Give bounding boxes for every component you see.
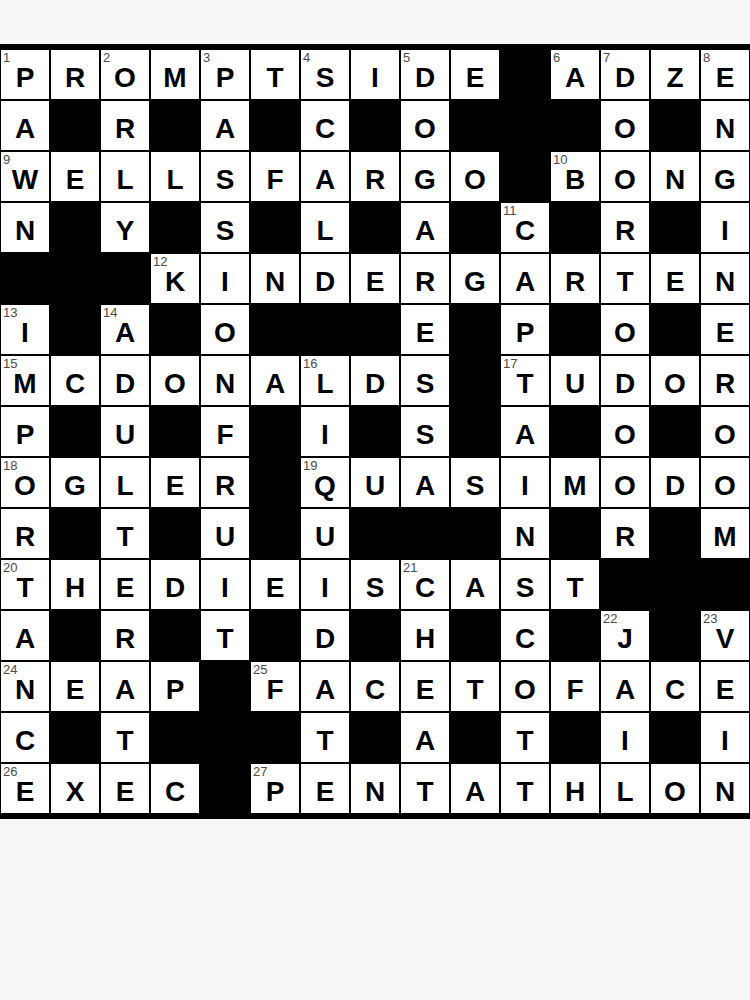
cell-r15c14[interactable]: O <box>650 763 700 814</box>
cell-letter: T <box>266 64 283 92</box>
cell-letter: A <box>515 421 535 449</box>
cell-r15c10[interactable]: A <box>450 763 500 814</box>
black-cell-r8c2 <box>50 406 100 457</box>
cell-letter: M <box>163 64 186 92</box>
cell-r15c7[interactable]: E <box>300 763 350 814</box>
cell-letter: S <box>216 166 235 194</box>
black-cell-r4c6 <box>250 202 300 253</box>
cell-r5c4[interactable]: 12K <box>150 253 200 304</box>
cell-r3c8[interactable]: R <box>350 151 400 202</box>
clue-number-13: 13 <box>3 305 17 320</box>
cell-letter: S <box>516 574 535 602</box>
cell-r13c8[interactable]: C <box>350 661 400 712</box>
cell-letter: F <box>566 676 583 704</box>
cell-r15c2[interactable]: X <box>50 763 100 814</box>
cell-r12c7[interactable]: D <box>300 610 350 661</box>
cell-letter: S <box>416 370 435 398</box>
cell-r7c1[interactable]: 15M <box>0 355 50 406</box>
cell-r4c7[interactable]: L <box>300 202 350 253</box>
cell-letter: C <box>665 676 685 704</box>
cell-letter: A <box>265 370 285 398</box>
cell-r8c11[interactable]: A <box>500 406 550 457</box>
clue-number-10: 10 <box>553 152 567 167</box>
black-cell-r14c8 <box>350 712 400 763</box>
cell-r7c14[interactable]: O <box>650 355 700 406</box>
cell-r8c1[interactable]: P <box>0 406 50 457</box>
cell-r7c12[interactable]: U <box>550 355 600 406</box>
cell-r9c2[interactable]: G <box>50 457 100 508</box>
black-cell-r5c2 <box>50 253 100 304</box>
cell-r12c9[interactable]: H <box>400 610 450 661</box>
cell-r10c13[interactable]: R <box>600 508 650 559</box>
cell-r7c4[interactable]: O <box>150 355 200 406</box>
cell-r15c11[interactable]: T <box>500 763 550 814</box>
cell-r6c3[interactable]: 14A <box>100 304 150 355</box>
cell-letter: E <box>366 268 385 296</box>
cell-letter: A <box>115 319 135 347</box>
black-cell-r6c10 <box>450 304 500 355</box>
cell-r5c8[interactable]: E <box>350 253 400 304</box>
cell-letter: C <box>65 370 85 398</box>
clue-number-25: 25 <box>253 662 267 677</box>
cell-r13c7[interactable]: A <box>300 661 350 712</box>
cell-r5c10[interactable]: G <box>450 253 500 304</box>
cell-r11c7[interactable]: I <box>300 559 350 610</box>
cell-r13c15[interactable]: E <box>700 661 750 712</box>
cell-letter: R <box>65 64 85 92</box>
cell-r3c15[interactable]: G <box>700 151 750 202</box>
cell-letter: G <box>714 166 736 194</box>
cell-r13c10[interactable]: T <box>450 661 500 712</box>
cell-r10c7[interactable]: U <box>300 508 350 559</box>
cell-r4c13[interactable]: R <box>600 202 650 253</box>
cell-letter: I <box>721 727 729 755</box>
cell-letter: S <box>316 64 335 92</box>
cell-r15c8[interactable]: N <box>350 763 400 814</box>
cell-letter: E <box>116 574 135 602</box>
cell-r11c5[interactable]: I <box>200 559 250 610</box>
cell-r5c14[interactable]: E <box>650 253 700 304</box>
cell-r2c7[interactable]: C <box>300 100 350 151</box>
cell-letter: D <box>365 370 385 398</box>
clue-number-9: 9 <box>3 152 10 167</box>
cell-r1c14[interactable]: Z <box>650 49 700 100</box>
cell-r7c6[interactable]: A <box>250 355 300 406</box>
black-cell-r13c5 <box>200 661 250 712</box>
cell-r3c1[interactable]: 9W <box>0 151 50 202</box>
clue-number-5: 5 <box>403 50 410 65</box>
cell-r7c13[interactable]: D <box>600 355 650 406</box>
cell-letter: M <box>713 523 736 551</box>
cell-r7c5[interactable]: N <box>200 355 250 406</box>
cell-r1c12[interactable]: 6A <box>550 49 600 100</box>
clue-number-17: 17 <box>503 356 517 371</box>
cell-letter: I <box>221 574 229 602</box>
cell-r7c15[interactable]: R <box>700 355 750 406</box>
cell-r1c8[interactable]: I <box>350 49 400 100</box>
cell-r11c4[interactable]: D <box>150 559 200 610</box>
cell-r5c12[interactable]: R <box>550 253 600 304</box>
cell-r3c3[interactable]: L <box>100 151 150 202</box>
cell-r8c3[interactable]: U <box>100 406 150 457</box>
black-cell-r4c14 <box>650 202 700 253</box>
cell-r13c12[interactable]: F <box>550 661 600 712</box>
cell-r6c5[interactable]: O <box>200 304 250 355</box>
cell-letter: N <box>715 115 735 143</box>
cell-r9c10[interactable]: S <box>450 457 500 508</box>
cell-r11c8[interactable]: S <box>350 559 400 610</box>
cell-letter: L <box>316 370 333 398</box>
cell-letter: D <box>315 268 335 296</box>
cell-letter: O <box>414 115 436 143</box>
cell-letter: S <box>216 217 235 245</box>
cell-r1c7[interactable]: 4S <box>300 49 350 100</box>
cell-letter: I <box>621 727 629 755</box>
cell-letter: A <box>315 676 335 704</box>
cell-letter: I <box>521 472 529 500</box>
cell-r13c1[interactable]: 24N <box>0 661 50 712</box>
cell-letter: R <box>415 268 435 296</box>
cell-r14c3[interactable]: T <box>100 712 150 763</box>
cell-r9c15[interactable]: O <box>700 457 750 508</box>
cell-letter: T <box>216 625 233 653</box>
clue-number-8: 8 <box>703 50 710 65</box>
cell-r4c9[interactable]: A <box>400 202 450 253</box>
cell-r9c11[interactable]: I <box>500 457 550 508</box>
cell-r11c11[interactable]: S <box>500 559 550 610</box>
cell-r6c11[interactable]: P <box>500 304 550 355</box>
black-cell-r11c13 <box>600 559 650 610</box>
cell-letter: I <box>321 421 329 449</box>
cell-letter: N <box>515 523 535 551</box>
cell-r6c9[interactable]: E <box>400 304 450 355</box>
cell-r15c12[interactable]: H <box>550 763 600 814</box>
black-cell-r6c4 <box>150 304 200 355</box>
cell-r1c4[interactable]: M <box>150 49 200 100</box>
cell-letter: E <box>266 574 285 602</box>
cell-r13c2[interactable]: E <box>50 661 100 712</box>
cell-letter: U <box>565 370 585 398</box>
black-cell-r7c10 <box>450 355 500 406</box>
cell-r15c9[interactable]: T <box>400 763 450 814</box>
cell-r14c13[interactable]: I <box>600 712 650 763</box>
cell-r13c6[interactable]: 25F <box>250 661 300 712</box>
cell-letter: T <box>116 727 133 755</box>
cell-r9c1[interactable]: 18O <box>0 457 50 508</box>
black-cell-r2c4 <box>150 100 200 151</box>
cell-r11c3[interactable]: E <box>100 559 150 610</box>
cell-r3c4[interactable]: L <box>150 151 200 202</box>
black-cell-r14c4 <box>150 712 200 763</box>
cell-letter: D <box>165 574 185 602</box>
clue-number-2: 2 <box>103 50 110 65</box>
cell-r1c1[interactable]: 1P <box>0 49 50 100</box>
cell-letter: R <box>215 472 235 500</box>
cell-letter: O <box>464 166 486 194</box>
cell-r3c12[interactable]: 10B <box>550 151 600 202</box>
cell-letter: A <box>315 166 335 194</box>
cell-r5c15[interactable]: N <box>700 253 750 304</box>
cell-r9c4[interactable]: E <box>150 457 200 508</box>
cell-r7c11[interactable]: 17T <box>500 355 550 406</box>
black-cell-r10c2 <box>50 508 100 559</box>
cell-r9c14[interactable]: D <box>650 457 700 508</box>
black-cell-r1c11 <box>500 49 550 100</box>
cell-r10c11[interactable]: N <box>500 508 550 559</box>
cell-r15c13[interactable]: L <box>600 763 650 814</box>
cell-r8c5[interactable]: F <box>200 406 250 457</box>
cell-r6c15[interactable]: E <box>700 304 750 355</box>
cell-r12c5[interactable]: T <box>200 610 250 661</box>
black-cell-r5c1 <box>0 253 50 304</box>
cell-letter: C <box>515 625 535 653</box>
cell-r12c1[interactable]: A <box>0 610 50 661</box>
cell-letter: O <box>14 472 36 500</box>
black-cell-r12c4 <box>150 610 200 661</box>
black-cell-r4c4 <box>150 202 200 253</box>
black-cell-r6c14 <box>650 304 700 355</box>
cell-letter: E <box>416 676 435 704</box>
cell-r14c1[interactable]: C <box>0 712 50 763</box>
clue-number-27: 27 <box>253 764 267 779</box>
cell-r1c3[interactable]: 2O <box>100 49 150 100</box>
black-cell-r8c14 <box>650 406 700 457</box>
cell-r5c13[interactable]: T <box>600 253 650 304</box>
cell-r7c9[interactable]: S <box>400 355 450 406</box>
cell-letter: U <box>365 472 385 500</box>
clue-number-18: 18 <box>3 458 17 473</box>
cell-letter: O <box>614 421 636 449</box>
cell-letter: E <box>416 319 435 347</box>
clue-number-16: 16 <box>303 356 317 371</box>
clue-number-11: 11 <box>503 203 517 218</box>
cell-letter: N <box>715 268 735 296</box>
cell-letter: A <box>415 217 435 245</box>
cell-r11c9[interactable]: 21C <box>400 559 450 610</box>
cell-letter: P <box>266 778 285 806</box>
cell-r14c15[interactable]: I <box>700 712 750 763</box>
cell-letter: H <box>415 625 435 653</box>
cell-r11c6[interactable]: E <box>250 559 300 610</box>
cell-r5c9[interactable]: R <box>400 253 450 304</box>
cell-r12c3[interactable]: R <box>100 610 150 661</box>
cell-letter: D <box>665 472 685 500</box>
cell-r15c6[interactable]: 27P <box>250 763 300 814</box>
cell-r2c5[interactable]: A <box>200 100 250 151</box>
cell-r3c13[interactable]: O <box>600 151 650 202</box>
cell-r15c1[interactable]: 26E <box>0 763 50 814</box>
cell-letter: R <box>115 115 135 143</box>
cell-letter: U <box>215 523 235 551</box>
black-cell-r12c10 <box>450 610 500 661</box>
cell-r7c7[interactable]: 16L <box>300 355 350 406</box>
cell-r7c2[interactable]: C <box>50 355 100 406</box>
cell-r2c1[interactable]: A <box>0 100 50 151</box>
cell-r7c3[interactable]: D <box>100 355 150 406</box>
cell-r11c10[interactable]: A <box>450 559 500 610</box>
cell-letter: Q <box>314 472 336 500</box>
cell-letter: T <box>416 778 433 806</box>
cell-r15c15[interactable]: N <box>700 763 750 814</box>
black-cell-r2c14 <box>650 100 700 151</box>
cell-r1c9[interactable]: 5D <box>400 49 450 100</box>
black-cell-r14c14 <box>650 712 700 763</box>
cell-letter: P <box>216 64 235 92</box>
cell-r15c4[interactable]: C <box>150 763 200 814</box>
black-cell-r2c2 <box>50 100 100 151</box>
cell-letter: R <box>715 370 735 398</box>
black-cell-r10c6 <box>250 508 300 559</box>
cell-r10c3[interactable]: T <box>100 508 150 559</box>
cell-letter: N <box>215 370 235 398</box>
cell-letter: T <box>16 574 33 602</box>
cell-r2c9[interactable]: O <box>400 100 450 151</box>
cell-r14c7[interactable]: T <box>300 712 350 763</box>
cell-letter: F <box>216 421 233 449</box>
cell-r4c11[interactable]: 11C <box>500 202 550 253</box>
cell-r5c11[interactable]: A <box>500 253 550 304</box>
cell-letter: T <box>116 523 133 551</box>
cell-r4c15[interactable]: I <box>700 202 750 253</box>
cell-r12c15[interactable]: 23V <box>700 610 750 661</box>
cell-r8c9[interactable]: S <box>400 406 450 457</box>
black-cell-r10c14 <box>650 508 700 559</box>
black-cell-r11c15 <box>700 559 750 610</box>
cell-letter: T <box>516 727 533 755</box>
cell-r4c3[interactable]: Y <box>100 202 150 253</box>
cell-r9c9[interactable]: A <box>400 457 450 508</box>
clue-number-26: 26 <box>3 764 17 779</box>
black-cell-r6c7 <box>300 304 350 355</box>
black-cell-r14c5 <box>200 712 250 763</box>
black-cell-r5c3 <box>100 253 150 304</box>
cell-r4c5[interactable]: S <box>200 202 250 253</box>
cell-r1c6[interactable]: T <box>250 49 300 100</box>
cell-r13c9[interactable]: E <box>400 661 450 712</box>
cell-letter: T <box>616 268 633 296</box>
cell-r3c5[interactable]: S <box>200 151 250 202</box>
cell-letter: D <box>615 64 635 92</box>
cell-r8c15[interactable]: O <box>700 406 750 457</box>
clue-number-19: 19 <box>303 458 317 473</box>
cell-letter: F <box>266 676 283 704</box>
cell-r6c13[interactable]: O <box>600 304 650 355</box>
cell-r14c11[interactable]: T <box>500 712 550 763</box>
cell-r3c9[interactable]: G <box>400 151 450 202</box>
cell-r13c3[interactable]: A <box>100 661 150 712</box>
cell-r3c14[interactable]: N <box>650 151 700 202</box>
cell-r5c6[interactable]: N <box>250 253 300 304</box>
black-cell-r2c8 <box>350 100 400 151</box>
cell-r13c11[interactable]: O <box>500 661 550 712</box>
black-cell-r14c2 <box>50 712 100 763</box>
cell-r9c7[interactable]: 19Q <box>300 457 350 508</box>
cell-r11c1[interactable]: 20T <box>0 559 50 610</box>
cell-letter: P <box>16 421 35 449</box>
cell-letter: O <box>214 319 236 347</box>
cell-letter: R <box>565 268 585 296</box>
cell-r1c13[interactable]: 7D <box>600 49 650 100</box>
cell-r2c15[interactable]: N <box>700 100 750 151</box>
cell-letter: N <box>265 268 285 296</box>
cell-letter: A <box>465 574 485 602</box>
cell-r1c5[interactable]: 3P <box>200 49 250 100</box>
cell-letter: T <box>466 676 483 704</box>
cell-r9c5[interactable]: R <box>200 457 250 508</box>
cell-r5c5[interactable]: I <box>200 253 250 304</box>
cell-letter: E <box>16 778 35 806</box>
cell-letter: Z <box>666 64 683 92</box>
cell-r9c12[interactable]: M <box>550 457 600 508</box>
cell-r12c11[interactable]: C <box>500 610 550 661</box>
cell-r13c4[interactable]: P <box>150 661 200 712</box>
cell-r4c1[interactable]: N <box>0 202 50 253</box>
cell-letter: M <box>13 370 36 398</box>
clue-number-20: 20 <box>3 560 17 575</box>
cell-r15c3[interactable]: E <box>100 763 150 814</box>
cell-r2c3[interactable]: R <box>100 100 150 151</box>
cell-r12c13[interactable]: 22J <box>600 610 650 661</box>
cell-r2c13[interactable]: O <box>600 100 650 151</box>
cell-letter: E <box>466 64 485 92</box>
black-cell-r6c2 <box>50 304 100 355</box>
cell-r8c13[interactable]: O <box>600 406 650 457</box>
black-cell-r12c6 <box>250 610 300 661</box>
cell-r10c1[interactable]: R <box>0 508 50 559</box>
cell-r3c7[interactable]: A <box>300 151 350 202</box>
cell-letter: R <box>365 166 385 194</box>
cell-letter: I <box>371 64 379 92</box>
crossword-board-frame: 1PR2OM3PT4SI5DE6A7DZ8EARACOON9WELLSFARGO… <box>0 44 750 819</box>
cell-r13c13[interactable]: A <box>600 661 650 712</box>
cell-letter: O <box>514 676 536 704</box>
black-cell-r4c12 <box>550 202 600 253</box>
cell-r11c2[interactable]: H <box>50 559 100 610</box>
cell-letter: A <box>465 778 485 806</box>
cell-r7c8[interactable]: D <box>350 355 400 406</box>
cell-r9c3[interactable]: L <box>100 457 150 508</box>
cell-r8c7[interactable]: I <box>300 406 350 457</box>
black-cell-r8c12 <box>550 406 600 457</box>
cell-letter: L <box>316 217 333 245</box>
cell-r5c7[interactable]: D <box>300 253 350 304</box>
cell-letter: F <box>266 166 283 194</box>
cell-r10c5[interactable]: U <box>200 508 250 559</box>
cell-r1c10[interactable]: E <box>450 49 500 100</box>
cell-letter: E <box>316 778 335 806</box>
black-cell-r4c10 <box>450 202 500 253</box>
cell-r1c2[interactable]: R <box>50 49 100 100</box>
cell-r3c6[interactable]: F <box>250 151 300 202</box>
cell-r3c10[interactable]: O <box>450 151 500 202</box>
cell-r14c9[interactable]: A <box>400 712 450 763</box>
cell-letter: H <box>65 574 85 602</box>
cell-r9c8[interactable]: U <box>350 457 400 508</box>
cell-r6c1[interactable]: 13I <box>0 304 50 355</box>
black-cell-r8c8 <box>350 406 400 457</box>
black-cell-r2c11 <box>500 100 550 151</box>
cell-letter: A <box>115 676 135 704</box>
cell-r3c2[interactable]: E <box>50 151 100 202</box>
black-cell-r14c6 <box>250 712 300 763</box>
cell-r9c13[interactable]: O <box>600 457 650 508</box>
cell-r13c14[interactable]: C <box>650 661 700 712</box>
cell-r10c15[interactable]: M <box>700 508 750 559</box>
cell-letter: R <box>115 625 135 653</box>
cell-r1c15[interactable]: 8E <box>700 49 750 100</box>
cell-r11c12[interactable]: T <box>550 559 600 610</box>
cell-letter: R <box>615 217 635 245</box>
